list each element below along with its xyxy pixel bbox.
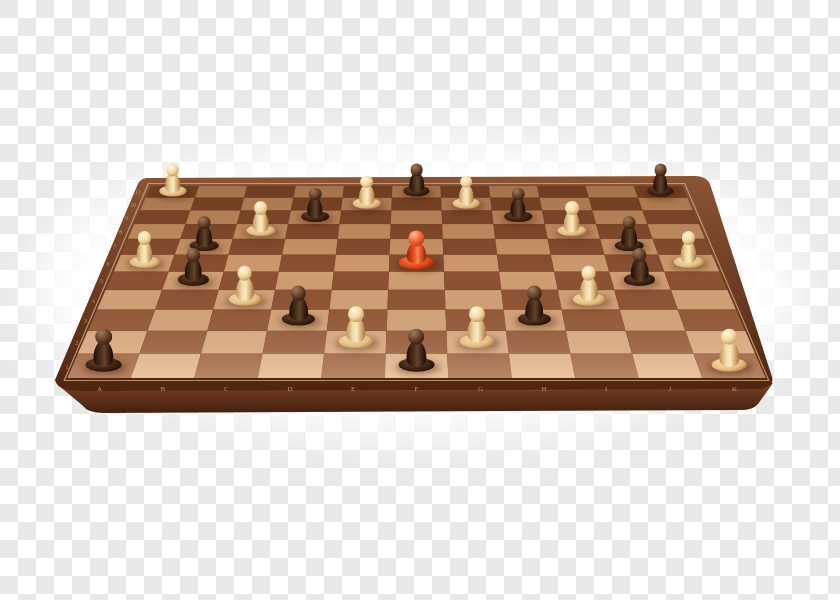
rank-label-3: 3 xyxy=(84,318,87,324)
square-F4[interactable] xyxy=(388,290,446,310)
square-K4[interactable] xyxy=(671,290,736,310)
square-B2[interactable] xyxy=(140,331,208,354)
piece-head xyxy=(348,306,364,322)
square-J4[interactable] xyxy=(614,290,678,310)
file-label-H: H xyxy=(542,385,547,393)
square-C7[interactable] xyxy=(229,239,286,255)
dark-pawn-F11[interactable] xyxy=(403,164,430,197)
file-label-D: D xyxy=(288,385,293,393)
dark-pawn-H3[interactable] xyxy=(518,285,551,325)
square-B11[interactable] xyxy=(195,186,247,198)
square-C3[interactable] xyxy=(207,310,271,331)
square-I11[interactable] xyxy=(537,186,589,198)
square-D6[interactable] xyxy=(279,255,336,272)
file-label-E: E xyxy=(351,385,355,393)
square-B3[interactable] xyxy=(148,310,214,331)
photo-stage: ABCDEFGHIJK1234567891011 xyxy=(0,0,840,600)
square-F3[interactable] xyxy=(387,310,447,331)
rank-label-7: 7 xyxy=(113,244,116,250)
square-D8[interactable] xyxy=(285,224,339,239)
piece-head xyxy=(581,266,596,281)
file-label-K: K xyxy=(732,385,737,393)
square-C2[interactable] xyxy=(201,331,267,354)
square-J10[interactable] xyxy=(589,198,643,211)
square-H2[interactable] xyxy=(506,331,570,354)
piece-head xyxy=(237,266,252,281)
square-E9[interactable] xyxy=(340,210,392,224)
dark-pawn-K11[interactable] xyxy=(647,164,674,197)
light-pawn-E10[interactable] xyxy=(353,175,380,208)
rank-label-5: 5 xyxy=(100,278,103,284)
dark-pawn-F1[interactable] xyxy=(399,329,434,372)
light-pawn-G2[interactable] xyxy=(460,306,494,348)
light-pawn-K6[interactable] xyxy=(673,231,703,268)
square-G9[interactable] xyxy=(442,210,494,224)
light-pawn-A11[interactable] xyxy=(159,164,186,197)
file-label-C: C xyxy=(224,385,229,393)
square-B10[interactable] xyxy=(191,198,245,211)
piece-head xyxy=(682,231,696,245)
square-K10[interactable] xyxy=(638,198,693,211)
square-D2[interactable] xyxy=(263,331,327,354)
square-B1[interactable] xyxy=(131,354,201,379)
light-pawn-C4[interactable] xyxy=(228,266,260,305)
square-D7[interactable] xyxy=(282,239,338,255)
light-pawn-C8[interactable] xyxy=(247,202,276,237)
square-H7[interactable] xyxy=(495,239,551,255)
light-pawn-K1[interactable] xyxy=(712,329,747,372)
square-A9[interactable] xyxy=(134,210,190,224)
file-label-F: F xyxy=(415,385,419,393)
square-G6[interactable] xyxy=(443,255,499,272)
piece-head xyxy=(512,188,525,201)
square-I1[interactable] xyxy=(570,354,638,379)
square-H6[interactable] xyxy=(497,255,554,272)
rank-label-6: 6 xyxy=(107,261,110,267)
rank-label-1: 1 xyxy=(66,364,69,370)
rank-label-8: 8 xyxy=(119,229,122,235)
square-A5[interactable] xyxy=(106,272,169,290)
game-board: ABCDEFGHIJK1234567891011 xyxy=(0,0,840,600)
rank-label-4: 4 xyxy=(92,298,95,304)
file-label-G: G xyxy=(478,385,483,393)
square-C11[interactable] xyxy=(244,186,296,198)
square-K9[interactable] xyxy=(643,210,699,224)
piece-head xyxy=(632,248,646,262)
square-F10[interactable] xyxy=(391,198,441,211)
square-J3[interactable] xyxy=(620,310,686,331)
square-E8[interactable] xyxy=(338,224,391,239)
rank-label-11: 11 xyxy=(135,189,141,195)
square-B4[interactable] xyxy=(155,290,219,310)
piece-head xyxy=(460,175,473,188)
red-king-F6[interactable] xyxy=(399,230,434,269)
dark-pawn-H9[interactable] xyxy=(504,188,532,222)
light-pawn-E2[interactable] xyxy=(339,306,373,348)
square-F9[interactable] xyxy=(391,210,442,224)
file-label-A: A xyxy=(97,385,102,393)
square-G5[interactable] xyxy=(444,272,501,290)
piece-head xyxy=(309,188,322,201)
square-A4[interactable] xyxy=(97,290,162,310)
square-I3[interactable] xyxy=(562,310,626,331)
light-pawn-I4[interactable] xyxy=(572,266,604,305)
piece-head xyxy=(197,216,210,229)
dark-pawn-B7[interactable] xyxy=(189,216,218,252)
square-I7[interactable] xyxy=(548,239,605,255)
square-H1[interactable] xyxy=(509,354,576,379)
square-G1[interactable] xyxy=(447,354,512,379)
piece-head xyxy=(138,231,152,245)
file-label-B: B xyxy=(161,385,166,393)
piece-head xyxy=(469,306,485,322)
square-J2[interactable] xyxy=(626,331,694,354)
square-K3[interactable] xyxy=(678,310,745,331)
square-C1[interactable] xyxy=(194,354,262,379)
light-pawn-I8[interactable] xyxy=(558,202,587,237)
square-A3[interactable] xyxy=(88,310,155,331)
piece-head xyxy=(622,216,635,229)
square-H8[interactable] xyxy=(494,224,548,239)
dark-pawn-J5[interactable] xyxy=(624,248,655,286)
dark-pawn-D3[interactable] xyxy=(282,285,315,325)
square-E7[interactable] xyxy=(336,239,390,255)
file-label-J: J xyxy=(669,385,672,393)
dark-pawn-D9[interactable] xyxy=(301,188,329,222)
piece-head xyxy=(361,175,374,188)
square-E1[interactable] xyxy=(321,354,385,379)
square-K5[interactable] xyxy=(664,272,727,290)
square-D1[interactable] xyxy=(258,354,324,379)
square-A10[interactable] xyxy=(140,198,195,211)
piece-head xyxy=(186,248,200,262)
light-pawn-G10[interactable] xyxy=(453,175,480,208)
square-J11[interactable] xyxy=(586,186,639,198)
square-G7[interactable] xyxy=(443,239,497,255)
square-E6[interactable] xyxy=(334,255,390,272)
dark-pawn-J7[interactable] xyxy=(614,216,643,252)
square-J1[interactable] xyxy=(632,354,702,379)
rank-label-10: 10 xyxy=(130,202,136,208)
rank-label-9: 9 xyxy=(125,215,128,221)
rank-label-2: 2 xyxy=(75,340,78,346)
square-E5[interactable] xyxy=(332,272,389,290)
light-pawn-A6[interactable] xyxy=(129,231,159,268)
square-G8[interactable] xyxy=(442,224,495,239)
dark-pawn-B5[interactable] xyxy=(178,248,209,286)
dark-pawn-A1[interactable] xyxy=(86,329,121,372)
square-F5[interactable] xyxy=(388,272,445,290)
square-I2[interactable] xyxy=(566,331,632,354)
